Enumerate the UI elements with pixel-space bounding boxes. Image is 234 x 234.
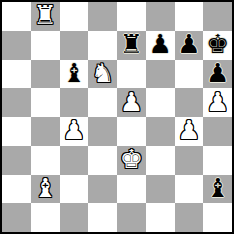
- square-f5[interactable]: [146, 88, 175, 117]
- square-f7[interactable]: ♟: [146, 31, 175, 60]
- white-pawn[interactable]: ♟: [206, 89, 229, 115]
- square-h1[interactable]: [203, 203, 232, 232]
- square-g3[interactable]: [175, 146, 204, 175]
- square-e7[interactable]: ♜: [117, 31, 146, 60]
- white-pawn[interactable]: ♟: [177, 117, 200, 143]
- square-a3[interactable]: [2, 146, 31, 175]
- square-c6[interactable]: ♝: [60, 60, 89, 89]
- black-king[interactable]: ♚: [206, 31, 229, 57]
- square-c5[interactable]: [60, 88, 89, 117]
- chess-diagram: ♜♜♟♟♚♝♞♟♟♟♟♟♚♝♝: [0, 0, 234, 234]
- square-a6[interactable]: [2, 60, 31, 89]
- square-h5[interactable]: ♟: [203, 88, 232, 117]
- square-f3[interactable]: [146, 146, 175, 175]
- square-h3[interactable]: [203, 146, 232, 175]
- black-rook[interactable]: ♜: [120, 31, 143, 57]
- square-e1[interactable]: [117, 203, 146, 232]
- white-knight[interactable]: ♞: [91, 60, 114, 86]
- square-e3[interactable]: ♚: [117, 146, 146, 175]
- white-rook[interactable]: ♜: [33, 2, 56, 28]
- square-g8[interactable]: [175, 2, 204, 31]
- square-h6[interactable]: ♟: [203, 60, 232, 89]
- square-d2[interactable]: [88, 175, 117, 204]
- square-c2[interactable]: [60, 175, 89, 204]
- square-f1[interactable]: [146, 203, 175, 232]
- square-a1[interactable]: [2, 203, 31, 232]
- square-b6[interactable]: [31, 60, 60, 89]
- black-pawn[interactable]: ♟: [177, 31, 200, 57]
- black-pawn[interactable]: ♟: [148, 31, 171, 57]
- white-pawn[interactable]: ♟: [120, 89, 143, 115]
- square-d1[interactable]: [88, 203, 117, 232]
- square-f4[interactable]: [146, 117, 175, 146]
- square-a5[interactable]: [2, 88, 31, 117]
- square-c4[interactable]: ♟: [60, 117, 89, 146]
- black-pawn[interactable]: ♟: [206, 60, 229, 86]
- white-pawn[interactable]: ♟: [62, 117, 85, 143]
- square-e6[interactable]: [117, 60, 146, 89]
- chess-board: ♜♜♟♟♚♝♞♟♟♟♟♟♚♝♝: [0, 0, 234, 234]
- square-e8[interactable]: [117, 2, 146, 31]
- square-g4[interactable]: ♟: [175, 117, 204, 146]
- square-d8[interactable]: [88, 2, 117, 31]
- square-f8[interactable]: [146, 2, 175, 31]
- square-c7[interactable]: [60, 31, 89, 60]
- square-f6[interactable]: [146, 60, 175, 89]
- white-king[interactable]: ♚: [120, 146, 143, 172]
- square-c8[interactable]: [60, 2, 89, 31]
- square-b4[interactable]: [31, 117, 60, 146]
- square-c3[interactable]: [60, 146, 89, 175]
- square-a8[interactable]: [2, 2, 31, 31]
- square-g6[interactable]: [175, 60, 204, 89]
- square-g5[interactable]: [175, 88, 204, 117]
- square-b1[interactable]: [31, 203, 60, 232]
- square-h8[interactable]: [203, 2, 232, 31]
- square-a2[interactable]: [2, 175, 31, 204]
- square-d7[interactable]: [88, 31, 117, 60]
- square-b5[interactable]: [31, 88, 60, 117]
- square-g2[interactable]: [175, 175, 204, 204]
- square-a7[interactable]: [2, 31, 31, 60]
- square-d6[interactable]: ♞: [88, 60, 117, 89]
- white-bishop[interactable]: ♝: [33, 175, 56, 201]
- square-f2[interactable]: [146, 175, 175, 204]
- square-e2[interactable]: [117, 175, 146, 204]
- square-d5[interactable]: [88, 88, 117, 117]
- square-d3[interactable]: [88, 146, 117, 175]
- square-b3[interactable]: [31, 146, 60, 175]
- black-bishop[interactable]: ♝: [206, 175, 229, 201]
- square-h2[interactable]: ♝: [203, 175, 232, 204]
- square-b8[interactable]: ♜: [31, 2, 60, 31]
- square-b2[interactable]: ♝: [31, 175, 60, 204]
- square-h7[interactable]: ♚: [203, 31, 232, 60]
- square-g7[interactable]: ♟: [175, 31, 204, 60]
- square-d4[interactable]: [88, 117, 117, 146]
- square-a4[interactable]: [2, 117, 31, 146]
- square-c1[interactable]: [60, 203, 89, 232]
- black-bishop[interactable]: ♝: [62, 60, 85, 86]
- square-g1[interactable]: [175, 203, 204, 232]
- square-e5[interactable]: ♟: [117, 88, 146, 117]
- square-b7[interactable]: [31, 31, 60, 60]
- square-e4[interactable]: [117, 117, 146, 146]
- square-h4[interactable]: [203, 117, 232, 146]
